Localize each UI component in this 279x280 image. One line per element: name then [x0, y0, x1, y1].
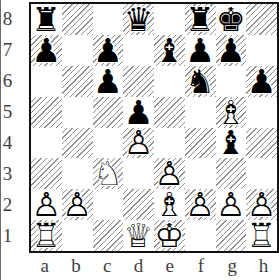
square-c6[interactable]: ♟: [93, 66, 124, 97]
piece-glyph: ♙: [123, 128, 154, 159]
square-g6[interactable]: [216, 66, 247, 97]
square-a4[interactable]: [31, 128, 62, 159]
square-a5[interactable]: [31, 97, 62, 128]
file-label-e: e: [154, 253, 185, 280]
square-c3[interactable]: ♞♘: [93, 158, 124, 189]
square-c2[interactable]: [93, 189, 124, 220]
square-b7[interactable]: [62, 35, 93, 66]
piece-white-knight[interactable]: ♞♘: [93, 158, 124, 189]
square-b4[interactable]: [62, 128, 93, 159]
rank-label-5: 5: [0, 97, 15, 128]
file-label-f: f: [185, 253, 216, 280]
rank-label-7: 7: [0, 35, 15, 66]
square-d4[interactable]: ♟♙: [123, 128, 154, 159]
file-label-h: h: [248, 253, 279, 280]
piece-black-bishop[interactable]: ♝: [216, 128, 247, 159]
square-h8[interactable]: [246, 4, 277, 35]
square-b1[interactable]: [62, 220, 93, 251]
square-g2[interactable]: ♟♙: [216, 189, 247, 220]
file-label-g: g: [217, 253, 248, 280]
piece-white-rook[interactable]: ♜♖: [246, 220, 277, 251]
piece-glyph: ♟: [246, 66, 277, 97]
square-e7[interactable]: ♝: [154, 35, 185, 66]
rank-label-3: 3: [0, 158, 15, 189]
square-h5[interactable]: [246, 97, 277, 128]
square-a1[interactable]: ♜♖: [31, 220, 62, 251]
piece-glyph: ♙: [62, 189, 93, 220]
rank-label-4: 4: [0, 128, 15, 159]
square-b2[interactable]: ♟♙: [62, 189, 93, 220]
piece-black-pawn[interactable]: ♟: [246, 66, 277, 97]
square-b6[interactable]: [62, 66, 93, 97]
piece-white-pawn[interactable]: ♟♙: [62, 189, 93, 220]
square-d7[interactable]: [123, 35, 154, 66]
square-f5[interactable]: [185, 97, 216, 128]
square-g4[interactable]: ♝: [216, 128, 247, 159]
file-label-c: c: [92, 253, 123, 280]
square-e1[interactable]: ♚♔: [154, 220, 185, 251]
square-c5[interactable]: [93, 97, 124, 128]
square-d6[interactable]: [123, 66, 154, 97]
square-f1[interactable]: [185, 220, 216, 251]
piece-black-pawn[interactable]: ♟: [93, 66, 124, 97]
piece-glyph: ♖: [31, 220, 62, 251]
square-h4[interactable]: [246, 128, 277, 159]
piece-black-pawn[interactable]: ♟: [31, 35, 62, 66]
chess-board: ♜♛♜♚♟♟♝♟♟♟♞♟♟♝♗♟♙♝♞♘♟♙♟♙♟♙♝♗♟♙♟♙♟♙♜♖♛♕♚♔…: [29, 2, 279, 253]
square-b8[interactable]: [62, 4, 93, 35]
square-a7[interactable]: ♟: [31, 35, 62, 66]
piece-black-queen[interactable]: ♛: [123, 4, 154, 35]
piece-glyph: ♙: [185, 189, 216, 220]
square-f4[interactable]: [185, 128, 216, 159]
square-c1[interactable]: [93, 220, 124, 251]
piece-white-king[interactable]: ♚♔: [154, 220, 185, 251]
piece-glyph: ♕: [123, 220, 154, 251]
piece-glyph: ♔: [154, 220, 185, 251]
square-e6[interactable]: [154, 66, 185, 97]
file-label-d: d: [123, 253, 154, 280]
piece-black-knight[interactable]: ♞: [185, 66, 216, 97]
piece-glyph: ♙: [216, 189, 247, 220]
square-g7[interactable]: ♟: [216, 35, 247, 66]
square-f2[interactable]: ♟♙: [185, 189, 216, 220]
piece-black-pawn[interactable]: ♟: [216, 35, 247, 66]
square-b5[interactable]: [62, 97, 93, 128]
piece-white-pawn[interactable]: ♟♙: [185, 189, 216, 220]
file-label-a: a: [29, 253, 60, 280]
rank-labels: 87654321: [0, 4, 15, 251]
file-labels: abcdefgh: [29, 253, 279, 280]
piece-glyph: ♘: [93, 158, 124, 189]
piece-white-pawn[interactable]: ♟♙: [123, 128, 154, 159]
square-h6[interactable]: ♟: [246, 66, 277, 97]
rank-label-2: 2: [0, 189, 15, 220]
rank-label-6: 6: [0, 66, 15, 97]
square-g1[interactable]: [216, 220, 247, 251]
square-e5[interactable]: [154, 97, 185, 128]
square-d8[interactable]: ♛: [123, 4, 154, 35]
square-d1[interactable]: ♛♕: [123, 220, 154, 251]
square-f6[interactable]: ♞: [185, 66, 216, 97]
square-a6[interactable]: [31, 66, 62, 97]
file-label-b: b: [60, 253, 91, 280]
piece-glyph: ♞: [185, 66, 216, 97]
piece-glyph: ♝: [154, 35, 185, 66]
chess-diagram: 87654321 ♜♛♜♚♟♟♝♟♟♟♞♟♟♝♗♟♙♝♞♘♟♙♟♙♟♙♝♗♟♙♟…: [0, 0, 279, 280]
piece-glyph: ♟: [216, 35, 247, 66]
piece-white-pawn[interactable]: ♟♙: [216, 189, 247, 220]
piece-white-rook[interactable]: ♜♖: [31, 220, 62, 251]
piece-glyph: ♖: [246, 220, 277, 251]
square-d3[interactable]: [123, 158, 154, 189]
piece-glyph: ♝: [216, 128, 247, 159]
piece-glyph: ♟: [93, 66, 124, 97]
square-h1[interactable]: ♜♖: [246, 220, 277, 251]
rank-label-8: 8: [0, 4, 15, 35]
piece-glyph: ♛: [123, 4, 154, 35]
piece-white-queen[interactable]: ♛♕: [123, 220, 154, 251]
rank-label-1: 1: [0, 220, 15, 251]
piece-glyph: ♟: [31, 35, 62, 66]
piece-black-bishop[interactable]: ♝: [154, 35, 185, 66]
